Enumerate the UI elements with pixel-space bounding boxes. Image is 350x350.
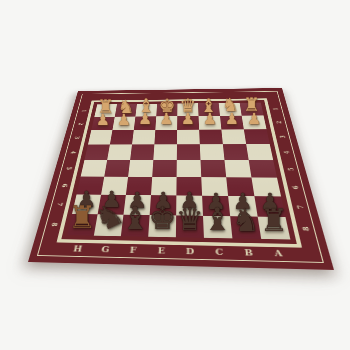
square-e2 [155,116,177,130]
file-label-c: C [215,248,223,256]
square-f7 [123,195,151,215]
square-h3 [88,130,112,144]
square-f4 [130,144,154,160]
rank-label-right-8: 8 [301,226,310,230]
rank-label-right-3: 3 [279,135,286,138]
square-g7 [98,195,126,215]
square-e3 [154,130,177,145]
board-photo: HGFEDCBA 1122334455667788 ♜♞♝♚♛♝♞♜♟♟♟♟♟♟… [0,0,350,350]
square-a5 [249,160,277,177]
square-f5 [128,160,153,177]
file-label-f: F [129,246,136,254]
rank-label-right-4: 4 [283,150,291,153]
square-d8 [176,215,204,237]
square-c3 [199,130,223,145]
square-b1 [219,103,242,116]
square-g3 [110,130,134,144]
square-c2 [199,116,222,130]
square-f3 [132,130,155,145]
square-f6 [126,177,152,195]
square-a6 [251,177,281,196]
file-label-a: A [274,249,283,257]
square-h5 [81,160,108,177]
square-a8 [258,217,291,240]
square-g5 [104,160,130,177]
square-b3 [221,129,246,144]
square-g8 [94,214,124,236]
rank-label-left-8: 8 [50,222,58,226]
square-h1 [94,104,117,117]
square-e4 [153,144,177,160]
file-labels: HGFEDCBA [78,88,282,91]
square-g4 [107,144,132,160]
rank-label-right-1: 1 [272,107,279,110]
square-a7 [254,196,285,217]
square-c5 [200,160,226,177]
file-label-h: H [73,245,83,253]
square-g1 [115,104,137,117]
file-label-e: E [158,247,166,255]
square-a2 [242,115,267,129]
square-c8 [203,216,232,239]
square-g2 [112,117,135,131]
square-g6 [101,177,128,195]
file-label-g: G [101,246,110,254]
square-b8 [230,216,261,239]
square-h7 [72,194,101,214]
square-f8 [121,215,150,237]
rank-label-right-5: 5 [287,167,295,170]
square-d2 [177,116,199,130]
rank-label-left-5: 5 [65,166,72,169]
square-d6 [176,177,202,196]
file-label-d: D [186,247,194,255]
square-e6 [151,177,177,196]
square-b5 [224,160,251,177]
file-label-b: B [244,249,253,257]
chess-mat: HGFEDCBA 1122334455667788 [28,88,334,270]
square-b4 [223,144,249,160]
rank-label-right-7: 7 [296,205,305,209]
square-c7 [202,196,230,217]
square-d4 [177,144,201,160]
square-c4 [200,144,225,160]
square-h6 [77,177,105,195]
rank-label-left-6: 6 [60,183,68,187]
rank-label-left-4: 4 [69,151,76,154]
square-a4 [246,144,273,160]
rank-label-left-7: 7 [55,202,63,206]
rank-label-left-2: 2 [77,122,83,125]
square-d7 [176,195,203,215]
rank-labels: 1122334455667788 [78,88,282,91]
square-d5 [177,160,202,177]
square-e5 [152,160,177,177]
square-b7 [228,196,258,217]
square-a3 [244,129,270,144]
square-e1 [156,104,177,117]
square-c1 [198,103,220,116]
board-squares [67,103,290,240]
square-b2 [220,116,244,130]
square-e8 [148,215,176,237]
rank-label-right-2: 2 [275,121,282,124]
square-e7 [150,195,177,215]
square-a1 [240,103,264,116]
rank-label-right-6: 6 [291,185,299,189]
square-h2 [91,117,114,131]
rank-label-left-1: 1 [81,109,87,111]
rank-label-left-3: 3 [73,136,80,139]
square-h4 [84,144,109,159]
square-f2 [134,116,156,130]
square-h8 [67,214,97,236]
square-d3 [177,130,200,145]
square-f1 [135,104,157,117]
square-c6 [201,177,228,196]
square-b6 [226,177,254,196]
square-d1 [177,103,198,116]
